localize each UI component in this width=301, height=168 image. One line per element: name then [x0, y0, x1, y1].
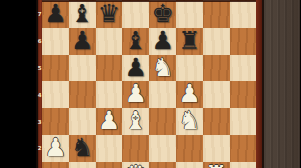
square-f2[interactable] [176, 135, 203, 162]
piece-white-pawn-a2[interactable]: ♟ [44, 134, 66, 161]
square-c2[interactable] [96, 135, 123, 162]
square-a7[interactable]: ♟ [42, 1, 69, 28]
square-f7[interactable] [176, 1, 203, 28]
square-h7[interactable] [230, 1, 257, 28]
piece-white-knight-e5[interactable]: ♞ [151, 54, 173, 81]
square-g3[interactable] [203, 108, 230, 135]
piece-black-queen-c7[interactable]: ♛ [98, 1, 120, 28]
piece-black-bishop-d6[interactable]: ♝ [125, 27, 147, 54]
square-a2[interactable]: ♟ [42, 135, 69, 162]
square-a3[interactable] [42, 108, 69, 135]
square-h2[interactable] [230, 135, 257, 162]
square-d5[interactable]: ♟ [122, 55, 149, 82]
square-h5[interactable] [230, 55, 257, 82]
square-g7[interactable] [203, 1, 230, 28]
square-f1[interactable] [176, 162, 203, 168]
piece-black-pawn-d5[interactable]: ♟ [125, 54, 147, 81]
square-g4[interactable] [203, 81, 230, 108]
rank-label-5: 5 [37, 65, 43, 71]
square-e5[interactable]: ♞ [149, 55, 176, 82]
square-a1[interactable] [42, 162, 69, 168]
square-f4[interactable]: ♟ [176, 81, 203, 108]
right-wood-background [264, 0, 301, 168]
square-h6[interactable] [230, 28, 257, 55]
square-e4[interactable] [149, 81, 176, 108]
chess-video-frame: ♟♝♛♚♟♝♟♜♟♞♟♟♟♝♞♟♞♛♜ 765432 [0, 0, 300, 168]
square-a4[interactable] [42, 81, 69, 108]
piece-black-pawn-b6[interactable]: ♟ [71, 27, 93, 54]
square-d6[interactable]: ♝ [122, 28, 149, 55]
square-h4[interactable] [230, 81, 257, 108]
square-d4[interactable]: ♟ [122, 81, 149, 108]
square-c3[interactable]: ♟ [96, 108, 123, 135]
square-b3[interactable] [69, 108, 96, 135]
square-c6[interactable] [96, 28, 123, 55]
square-g2[interactable] [203, 135, 230, 162]
piece-black-pawn-e6[interactable]: ♟ [151, 27, 173, 54]
square-b6[interactable]: ♟ [69, 28, 96, 55]
square-d3[interactable]: ♝ [122, 108, 149, 135]
piece-white-pawn-d4[interactable]: ♟ [125, 81, 147, 108]
top-crop-shadow [42, 0, 256, 2]
square-h3[interactable] [230, 108, 257, 135]
square-f3[interactable]: ♞ [176, 108, 203, 135]
square-b1[interactable] [69, 162, 96, 168]
piece-black-knight-b2[interactable]: ♞ [71, 134, 93, 161]
piece-white-knight-f3[interactable]: ♞ [178, 108, 200, 135]
square-b4[interactable] [69, 81, 96, 108]
rank-label-7: 7 [37, 11, 43, 17]
piece-black-king-e7[interactable]: ♚ [151, 1, 173, 28]
piece-black-bishop-b7[interactable]: ♝ [71, 1, 93, 28]
square-e1[interactable] [149, 162, 176, 168]
square-f6[interactable]: ♜ [176, 28, 203, 55]
rank-label-4: 4 [37, 92, 43, 98]
rank-label-3: 3 [37, 119, 43, 125]
square-c7[interactable]: ♛ [96, 1, 123, 28]
rank-label-2: 2 [37, 145, 43, 151]
square-g5[interactable] [203, 55, 230, 82]
piece-white-pawn-c3[interactable]: ♟ [98, 108, 120, 135]
rank-label-6: 6 [37, 38, 43, 44]
left-wood-background [0, 0, 36, 168]
square-c4[interactable] [96, 81, 123, 108]
square-e7[interactable]: ♚ [149, 1, 176, 28]
square-d7[interactable] [122, 1, 149, 28]
square-e6[interactable]: ♟ [149, 28, 176, 55]
square-a6[interactable] [42, 28, 69, 55]
chess-board: ♟♝♛♚♟♝♟♜♟♞♟♟♟♝♞♟♞♛♜ [42, 0, 256, 168]
square-g1[interactable]: ♜ [203, 162, 230, 168]
square-d1[interactable]: ♛ [122, 162, 149, 168]
square-e2[interactable] [149, 135, 176, 162]
square-h1[interactable] [230, 162, 257, 168]
square-g6[interactable] [203, 28, 230, 55]
piece-white-pawn-f4[interactable]: ♟ [178, 81, 200, 108]
square-b7[interactable]: ♝ [69, 1, 96, 28]
square-f5[interactable] [176, 55, 203, 82]
piece-black-pawn-a7[interactable]: ♟ [44, 1, 66, 28]
square-a5[interactable] [42, 55, 69, 82]
piece-black-rook-f6[interactable]: ♜ [178, 27, 200, 54]
piece-white-rook-g1[interactable]: ♜ [205, 161, 227, 168]
square-b5[interactable] [69, 55, 96, 82]
square-c5[interactable] [96, 55, 123, 82]
square-b2[interactable]: ♞ [69, 135, 96, 162]
piece-white-queen-d1[interactable]: ♛ [125, 161, 147, 168]
square-d2[interactable] [122, 135, 149, 162]
square-c1[interactable] [96, 162, 123, 168]
piece-white-bishop-d3[interactable]: ♝ [125, 108, 147, 135]
square-e3[interactable] [149, 108, 176, 135]
